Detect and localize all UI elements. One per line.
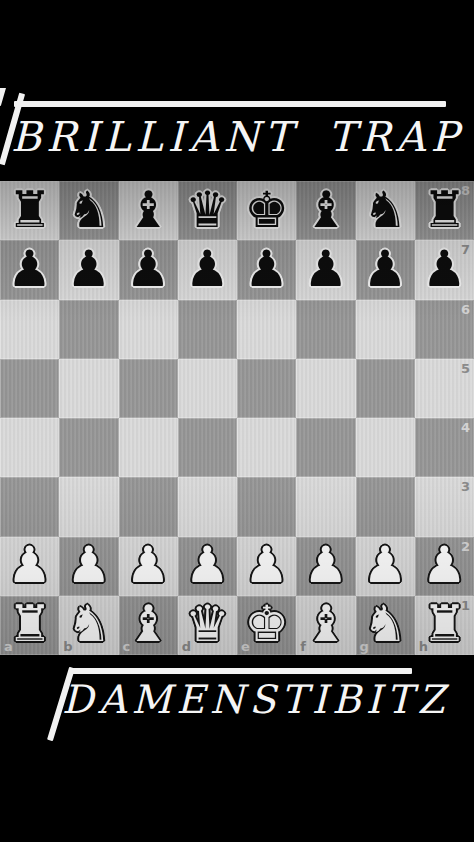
piece-white-rook: ♜ [7,599,52,651]
top-banner: BRILLIANT TRAP [0,88,474,181]
square-b3[interactable] [59,477,118,536]
square-d3[interactable] [178,477,237,536]
square-e5[interactable] [237,359,296,418]
bottom-banner: DAMENSTIBITZ [0,658,474,762]
square-c4[interactable] [119,418,178,477]
square-d4[interactable] [178,418,237,477]
file-label-g: g [360,640,369,653]
square-b1[interactable]: ♞b [59,596,118,655]
square-e4[interactable] [237,418,296,477]
piece-black-pawn: ♟ [66,244,111,296]
piece-white-pawn: ♟ [244,540,289,592]
piece-black-queen: ♛ [185,185,230,237]
piece-black-pawn: ♟ [126,244,171,296]
square-e8[interactable]: ♚ [237,181,296,240]
square-g7[interactable]: ♟ [356,240,415,299]
file-label-a: a [4,640,13,653]
square-f1[interactable]: ♝f [296,596,355,655]
square-a3[interactable] [0,477,59,536]
piece-black-knight: ♞ [66,185,111,237]
square-f8[interactable]: ♝ [296,181,355,240]
piece-white-knight: ♞ [66,599,111,651]
square-a4[interactable] [0,418,59,477]
rank-label-3: 3 [461,480,470,493]
rank-label-4: 4 [461,421,470,434]
square-c8[interactable]: ♝ [119,181,178,240]
piece-white-queen: ♛ [185,599,230,651]
square-a2[interactable]: ♟ [0,537,59,596]
square-h5[interactable]: 5 [415,359,474,418]
rank-label-1: 1 [461,599,470,612]
square-b7[interactable]: ♟ [59,240,118,299]
file-label-c: c [123,640,131,653]
square-e1[interactable]: ♚e [237,596,296,655]
square-a6[interactable] [0,300,59,359]
square-f6[interactable] [296,300,355,359]
piece-black-bishop: ♝ [126,185,171,237]
square-b2[interactable]: ♟ [59,537,118,596]
file-label-e: e [241,640,250,653]
piece-black-pawn: ♟ [244,244,289,296]
square-a7[interactable]: ♟ [0,240,59,299]
square-d5[interactable] [178,359,237,418]
piece-white-knight: ♞ [363,599,408,651]
rank-label-5: 5 [461,362,470,375]
file-label-h: h [419,640,428,653]
square-h3[interactable]: 3 [415,477,474,536]
piece-black-bishop: ♝ [303,185,348,237]
square-c6[interactable] [119,300,178,359]
piece-black-pawn: ♟ [303,244,348,296]
square-d1[interactable]: ♛d [178,596,237,655]
square-f3[interactable] [296,477,355,536]
square-e7[interactable]: ♟ [237,240,296,299]
file-label-f: f [300,640,306,653]
square-e6[interactable] [237,300,296,359]
square-h2[interactable]: ♟2 [415,537,474,596]
square-b5[interactable] [59,359,118,418]
piece-white-pawn: ♟ [185,540,230,592]
piece-black-pawn: ♟ [185,244,230,296]
square-c7[interactable]: ♟ [119,240,178,299]
bottom-banner-title: DAMENSTIBITZ [62,677,418,722]
square-b8[interactable]: ♞ [59,181,118,240]
square-c2[interactable]: ♟ [119,537,178,596]
piece-black-rook: ♜ [7,185,52,237]
piece-black-knight: ♞ [363,185,408,237]
piece-black-king: ♚ [244,185,289,237]
rank-label-6: 6 [461,303,470,316]
piece-white-pawn: ♟ [7,540,52,592]
square-a5[interactable] [0,359,59,418]
piece-white-bishop: ♝ [303,599,348,651]
square-h8[interactable]: ♜8 [415,181,474,240]
square-b4[interactable] [59,418,118,477]
square-h7[interactable]: ♟7 [415,240,474,299]
square-g4[interactable] [356,418,415,477]
bottom-banner-rule [72,668,412,674]
square-f7[interactable]: ♟ [296,240,355,299]
screen: BRILLIANT TRAP ♜♞♝♛♚♝♞♜8♟♟♟♟♟♟♟♟76543♟♟♟… [0,0,474,842]
piece-white-pawn: ♟ [363,540,408,592]
piece-black-pawn: ♟ [363,244,408,296]
square-f4[interactable] [296,418,355,477]
square-g6[interactable] [356,300,415,359]
rank-label-2: 2 [461,540,470,553]
square-d7[interactable]: ♟ [178,240,237,299]
square-h4[interactable]: 4 [415,418,474,477]
piece-black-pawn: ♟ [7,244,52,296]
piece-white-pawn: ♟ [126,540,171,592]
square-g1[interactable]: ♞g [356,596,415,655]
square-f5[interactable] [296,359,355,418]
top-banner-rule [14,101,446,107]
square-b6[interactable] [59,300,118,359]
square-d8[interactable]: ♛ [178,181,237,240]
piece-white-king: ♚ [244,599,289,651]
top-banner-title: BRILLIANT TRAP [0,113,474,161]
square-h1[interactable]: ♜1h [415,596,474,655]
square-e3[interactable] [237,477,296,536]
square-d6[interactable] [178,300,237,359]
file-label-b: b [63,640,72,653]
piece-white-bishop: ♝ [126,599,171,651]
square-g2[interactable]: ♟ [356,537,415,596]
square-c3[interactable] [119,477,178,536]
square-a8[interactable]: ♜ [0,181,59,240]
chess-board: ♜♞♝♛♚♝♞♜8♟♟♟♟♟♟♟♟76543♟♟♟♟♟♟♟♟2♜a♞b♝c♛d♚… [0,181,474,655]
square-g8[interactable]: ♞ [356,181,415,240]
square-f2[interactable]: ♟ [296,537,355,596]
rank-label-8: 8 [461,184,470,197]
file-label-d: d [182,640,191,653]
top-banner-slash-fragment [0,88,9,106]
square-a1[interactable]: ♜a [0,596,59,655]
piece-white-pawn: ♟ [66,540,111,592]
square-h6[interactable]: 6 [415,300,474,359]
square-g3[interactable] [356,477,415,536]
square-d2[interactable]: ♟ [178,537,237,596]
square-g5[interactable] [356,359,415,418]
square-e2[interactable]: ♟ [237,537,296,596]
rank-label-7: 7 [461,243,470,256]
square-c5[interactable] [119,359,178,418]
piece-white-pawn: ♟ [303,540,348,592]
square-c1[interactable]: ♝c [119,596,178,655]
